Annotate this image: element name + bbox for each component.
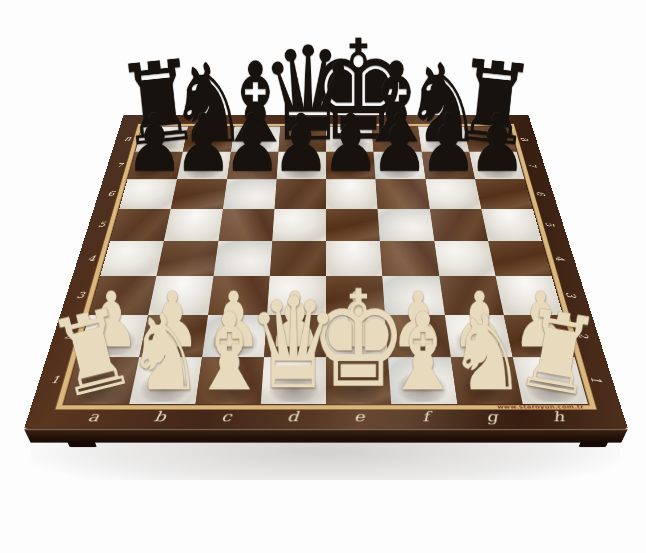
board-foot: [67, 441, 97, 447]
rank-label-right-7: 7: [526, 163, 539, 167]
piece-black-pawn-h7[interactable]: ♟: [453, 103, 541, 182]
square-h7[interactable]: ♟: [469, 152, 524, 179]
chess-board: ♜♞♝♛♚♝♞♜♟♟♟♟♟♟♟♟♟♟♟♟♟♟♟♟♜♞♝♛♚♝♞♜ abcdefg…: [24, 115, 628, 429]
square-h5[interactable]: [481, 209, 542, 241]
file-label-f: f: [421, 408, 429, 424]
square-g6[interactable]: [425, 179, 481, 209]
square-f6[interactable]: [376, 179, 430, 209]
rank-label-right-6: 6: [534, 192, 547, 196]
square-c6[interactable]: [223, 179, 277, 209]
file-label-c: c: [221, 408, 233, 424]
file-label-e: e: [354, 408, 365, 424]
square-a6[interactable]: [119, 179, 177, 209]
file-label-d: d: [287, 408, 299, 424]
square-f5[interactable]: [378, 209, 434, 241]
square-g4[interactable]: [434, 241, 495, 276]
square-h4[interactable]: [488, 241, 552, 276]
file-label-g: g: [485, 408, 499, 424]
rank-label-left-5: 5: [97, 221, 106, 229]
square-b5[interactable]: [164, 209, 223, 241]
square-e6[interactable]: [326, 179, 378, 209]
board-grid: ♜♞♝♛♚♝♞♜♟♟♟♟♟♟♟♟♟♟♟♟♟♟♟♟♜♞♝♛♚♝♞♜: [64, 127, 588, 404]
board-foot: [578, 441, 608, 447]
square-h6[interactable]: [475, 179, 533, 209]
rank-label-right-5: 5: [543, 222, 557, 226]
square-b1[interactable]: ♞: [130, 357, 202, 404]
photo-scene: ♜♞♝♛♚♝♞♜♟♟♟♟♟♟♟♟♟♟♟♟♟♟♟♟♜♞♝♛♚♝♞♜ abcdefg…: [0, 0, 646, 553]
rank-label-right-8: 8: [519, 137, 531, 140]
rank-label-right-2: 2: [575, 333, 591, 339]
square-b4[interactable]: [157, 241, 218, 276]
rank-label-left-4: 4: [87, 254, 97, 262]
rank-label-right-4: 4: [553, 256, 568, 261]
square-c5[interactable]: [218, 209, 274, 241]
file-label-a: a: [86, 408, 101, 424]
square-d5[interactable]: [272, 209, 326, 241]
square-g5[interactable]: [429, 209, 488, 241]
square-e5[interactable]: [326, 209, 380, 241]
rank-label-right-1: 1: [588, 377, 605, 383]
square-g1[interactable]: ♞: [450, 357, 522, 404]
square-b6[interactable]: [171, 179, 227, 209]
file-label-b: b: [153, 408, 167, 424]
square-d6[interactable]: [274, 179, 326, 209]
board-side-edge: [24, 429, 628, 443]
rank-label-right-3: 3: [564, 292, 579, 297]
square-a5[interactable]: [110, 209, 171, 241]
rank-label-left-6: 6: [107, 190, 116, 197]
file-label-h: h: [551, 408, 566, 424]
square-a4[interactable]: [100, 241, 164, 276]
